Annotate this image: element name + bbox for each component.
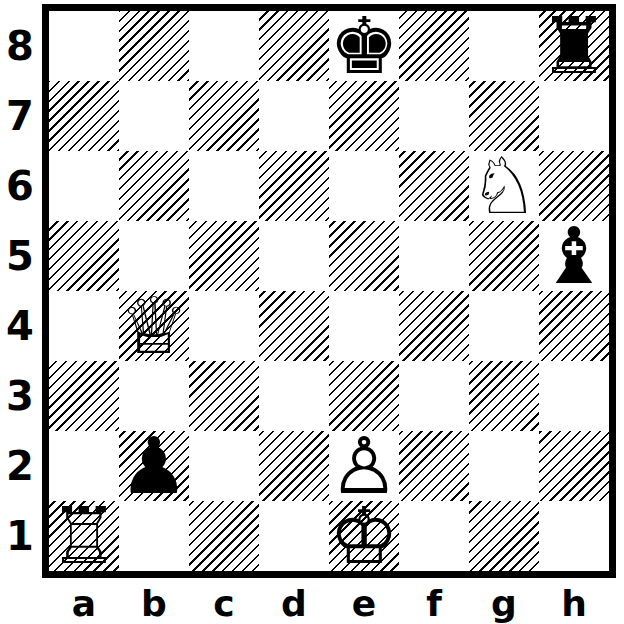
- square-f2[interactable]: [399, 431, 469, 501]
- square-e1[interactable]: ♔: [329, 501, 399, 571]
- file-label-f: f: [399, 582, 469, 624]
- square-h3[interactable]: [539, 361, 609, 431]
- rank-label-1: 1: [0, 501, 40, 571]
- file-label-a: a: [49, 582, 119, 624]
- square-g2[interactable]: [469, 431, 539, 501]
- file-label-h: h: [539, 582, 609, 624]
- square-e8[interactable]: ♚: [329, 11, 399, 81]
- file-label-b: b: [119, 582, 189, 624]
- square-f7[interactable]: [399, 81, 469, 151]
- rank-label-2: 2: [0, 431, 40, 501]
- square-e7[interactable]: [329, 81, 399, 151]
- square-g5[interactable]: [469, 221, 539, 291]
- square-b6[interactable]: [119, 151, 189, 221]
- square-a5[interactable]: [49, 221, 119, 291]
- square-b1[interactable]: [119, 501, 189, 571]
- rank-label-8: 8: [0, 11, 40, 81]
- square-f1[interactable]: [399, 501, 469, 571]
- square-h4[interactable]: [539, 291, 609, 361]
- white-rook: ♖: [49, 501, 119, 571]
- square-f3[interactable]: [399, 361, 469, 431]
- rank-label-3: 3: [0, 361, 40, 431]
- square-c2[interactable]: [189, 431, 259, 501]
- file-label-c: c: [189, 582, 259, 624]
- square-c3[interactable]: [189, 361, 259, 431]
- black-king: ♚: [329, 11, 399, 81]
- square-d1[interactable]: [259, 501, 329, 571]
- square-b7[interactable]: [119, 81, 189, 151]
- square-h2[interactable]: [539, 431, 609, 501]
- square-d6[interactable]: [259, 151, 329, 221]
- square-d7[interactable]: [259, 81, 329, 151]
- square-g1[interactable]: [469, 501, 539, 571]
- square-c7[interactable]: [189, 81, 259, 151]
- square-b4[interactable]: ♕: [119, 291, 189, 361]
- square-f8[interactable]: [399, 11, 469, 81]
- square-e6[interactable]: [329, 151, 399, 221]
- square-a7[interactable]: [49, 81, 119, 151]
- square-h7[interactable]: [539, 81, 609, 151]
- square-a4[interactable]: [49, 291, 119, 361]
- square-g4[interactable]: [469, 291, 539, 361]
- square-f4[interactable]: [399, 291, 469, 361]
- black-bishop: ♝: [539, 221, 609, 291]
- square-d4[interactable]: [259, 291, 329, 361]
- rank-labels: 87654321: [0, 11, 40, 571]
- chess-diagram: 87654321 ♚♜♘♝♕♟♙♖♔ abcdefgh: [0, 0, 624, 624]
- board-frame: ♚♜♘♝♕♟♙♖♔: [42, 4, 616, 578]
- white-knight: ♘: [469, 151, 539, 221]
- black-rook: ♜: [539, 11, 609, 81]
- square-f6[interactable]: [399, 151, 469, 221]
- square-h1[interactable]: [539, 501, 609, 571]
- square-c1[interactable]: [189, 501, 259, 571]
- square-g8[interactable]: [469, 11, 539, 81]
- square-d3[interactable]: [259, 361, 329, 431]
- square-c5[interactable]: [189, 221, 259, 291]
- square-b2[interactable]: ♟: [119, 431, 189, 501]
- square-d8[interactable]: [259, 11, 329, 81]
- file-label-d: d: [259, 582, 329, 624]
- square-a3[interactable]: [49, 361, 119, 431]
- black-pawn: ♟: [119, 431, 189, 501]
- file-label-g: g: [469, 582, 539, 624]
- rank-label-4: 4: [0, 291, 40, 361]
- square-d5[interactable]: [259, 221, 329, 291]
- square-g6[interactable]: ♘: [469, 151, 539, 221]
- square-a1[interactable]: ♖: [49, 501, 119, 571]
- rank-label-7: 7: [0, 81, 40, 151]
- square-b8[interactable]: [119, 11, 189, 81]
- square-a8[interactable]: [49, 11, 119, 81]
- square-c4[interactable]: [189, 291, 259, 361]
- white-queen: ♕: [119, 291, 189, 361]
- square-e4[interactable]: [329, 291, 399, 361]
- square-c8[interactable]: [189, 11, 259, 81]
- square-a6[interactable]: [49, 151, 119, 221]
- square-h5[interactable]: ♝: [539, 221, 609, 291]
- white-king: ♔: [329, 501, 399, 571]
- chess-board: ♚♜♘♝♕♟♙♖♔: [49, 11, 609, 571]
- square-f5[interactable]: [399, 221, 469, 291]
- square-e5[interactable]: [329, 221, 399, 291]
- file-labels: abcdefgh: [49, 582, 609, 624]
- file-label-e: e: [329, 582, 399, 624]
- square-h8[interactable]: ♜: [539, 11, 609, 81]
- rank-label-6: 6: [0, 151, 40, 221]
- square-d2[interactable]: [259, 431, 329, 501]
- square-g3[interactable]: [469, 361, 539, 431]
- square-c6[interactable]: [189, 151, 259, 221]
- rank-label-5: 5: [0, 221, 40, 291]
